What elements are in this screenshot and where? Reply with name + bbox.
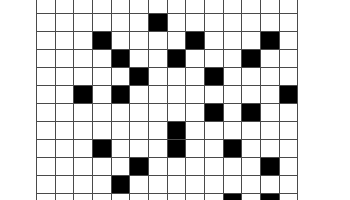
cell-r7c12[interactable] (261, 122, 279, 139)
cell-r9c4[interactable] (112, 158, 130, 175)
cell-r8c8[interactable] (186, 140, 204, 157)
cell-r7c5[interactable] (130, 122, 148, 139)
cell-r0c12[interactable] (261, 0, 279, 13)
cell-r9c6[interactable] (149, 158, 167, 175)
cell-r11c11[interactable] (242, 194, 260, 200)
cell-r1c7[interactable] (168, 14, 186, 31)
cell-r0c10[interactable] (224, 0, 242, 13)
cell-r10c6[interactable] (149, 176, 167, 193)
cell-r11c7[interactable] (168, 194, 186, 200)
cell-r4c0[interactable] (37, 68, 55, 85)
cell-r11c9[interactable] (205, 194, 223, 200)
cell-r6c2[interactable] (74, 104, 92, 121)
cell-r2c1[interactable] (56, 32, 74, 49)
cell-r2c9[interactable] (205, 32, 223, 49)
block-cell-r9c12 (261, 158, 279, 175)
cell-r5c1[interactable] (56, 86, 74, 103)
cell-r2c5[interactable] (130, 32, 148, 49)
cell-r9c9[interactable] (205, 158, 223, 175)
cell-r0c9[interactable] (205, 0, 223, 13)
cell-r1c1[interactable] (56, 14, 74, 31)
block-cell-r4c9 (205, 68, 223, 85)
cell-r7c1[interactable] (56, 122, 74, 139)
block-cell-r9c5 (130, 158, 148, 175)
cell-r2c6[interactable] (149, 32, 167, 49)
cell-r2c0[interactable] (37, 32, 55, 49)
cell-r7c4[interactable] (112, 122, 130, 139)
cell-r1c2[interactable] (74, 14, 92, 31)
block-cell-r6c9 (205, 104, 223, 121)
cell-r7c2[interactable] (74, 122, 92, 139)
cell-r10c8[interactable] (186, 176, 204, 193)
cell-r3c9[interactable] (205, 50, 223, 67)
cell-r10c10[interactable] (224, 176, 242, 193)
cell-r1c10[interactable] (224, 14, 242, 31)
cell-r0c5[interactable] (130, 0, 148, 13)
cell-r1c12[interactable] (261, 14, 279, 31)
cell-r4c12[interactable] (261, 68, 279, 85)
block-cell-r11c10 (224, 194, 242, 200)
cell-r3c10[interactable] (224, 50, 242, 67)
cell-r10c2[interactable] (74, 176, 92, 193)
block-cell-r5c2 (74, 86, 92, 103)
cell-r3c3[interactable] (93, 50, 111, 67)
cell-r11c0[interactable] (37, 194, 55, 200)
cell-r4c3[interactable] (93, 68, 111, 85)
cell-r9c11[interactable] (242, 158, 260, 175)
cell-r1c0[interactable] (37, 14, 55, 31)
cell-r11c3[interactable] (93, 194, 111, 200)
cell-r7c10[interactable] (224, 122, 242, 139)
cell-r5c10[interactable] (224, 86, 242, 103)
block-cell-r8c3 (93, 140, 111, 157)
crossword-screenshot (0, 0, 350, 200)
cell-r3c12[interactable] (261, 50, 279, 67)
block-cell-r5c4 (112, 86, 130, 103)
cell-r7c3[interactable] (93, 122, 111, 139)
cell-r1c8[interactable] (186, 14, 204, 31)
cell-r3c2[interactable] (74, 50, 92, 67)
cell-r4c6[interactable] (149, 68, 167, 85)
cell-r6c12[interactable] (261, 104, 279, 121)
cell-r6c4[interactable] (112, 104, 130, 121)
cell-r0c4[interactable] (112, 0, 130, 13)
cell-r4c7[interactable] (168, 68, 186, 85)
cell-r8c2[interactable] (74, 140, 92, 157)
cell-r10c11[interactable] (242, 176, 260, 193)
cell-r0c8[interactable] (186, 0, 204, 13)
cell-r10c5[interactable] (130, 176, 148, 193)
cell-r6c13[interactable] (280, 104, 298, 121)
cell-r3c6[interactable] (149, 50, 167, 67)
cell-r1c13[interactable] (280, 14, 298, 31)
cell-r6c0[interactable] (37, 104, 55, 121)
cell-r8c0[interactable] (37, 140, 55, 157)
cell-r0c7[interactable] (168, 0, 186, 13)
cell-r11c13[interactable] (280, 194, 298, 200)
cell-r2c7[interactable] (168, 32, 186, 49)
cell-r1c5[interactable] (130, 14, 148, 31)
cell-r5c0[interactable] (37, 86, 55, 103)
cell-r10c7[interactable] (168, 176, 186, 193)
block-cell-r8c7 (168, 140, 186, 157)
cell-r5c9[interactable] (205, 86, 223, 103)
cell-r7c11[interactable] (242, 122, 260, 139)
cell-r2c11[interactable] (242, 32, 260, 49)
cell-r10c0[interactable] (37, 176, 55, 193)
cell-r7c9[interactable] (205, 122, 223, 139)
cell-r4c8[interactable] (186, 68, 204, 85)
cell-r8c11[interactable] (242, 140, 260, 157)
cell-r8c9[interactable] (205, 140, 223, 157)
cell-r7c6[interactable] (149, 122, 167, 139)
cell-r7c0[interactable] (37, 122, 55, 139)
block-cell-r2c8 (186, 32, 204, 49)
block-cell-r3c11 (242, 50, 260, 67)
cell-r2c2[interactable] (74, 32, 92, 49)
cell-r6c3[interactable] (93, 104, 111, 121)
cell-r10c12[interactable] (261, 176, 279, 193)
crossword-grid (36, 0, 298, 200)
cell-r8c1[interactable] (56, 140, 74, 157)
block-cell-r3c7 (168, 50, 186, 67)
cell-r6c1[interactable] (56, 104, 74, 121)
cell-r9c7[interactable] (168, 158, 186, 175)
cell-r11c5[interactable] (130, 194, 148, 200)
block-cell-r7c7 (168, 122, 186, 139)
cell-r7c13[interactable] (280, 122, 298, 139)
block-cell-r6c11 (242, 104, 260, 121)
cell-r6c7[interactable] (168, 104, 186, 121)
cell-r4c11[interactable] (242, 68, 260, 85)
block-cell-r8c10 (224, 140, 242, 157)
cell-r0c6[interactable] (149, 0, 167, 13)
cell-r5c11[interactable] (242, 86, 260, 103)
cell-r10c1[interactable] (56, 176, 74, 193)
cell-r2c13[interactable] (280, 32, 298, 49)
cell-r1c3[interactable] (93, 14, 111, 31)
block-cell-r5c13 (280, 86, 298, 103)
cell-r8c12[interactable] (261, 140, 279, 157)
cell-r7c8[interactable] (186, 122, 204, 139)
cell-r4c10[interactable] (224, 68, 242, 85)
cell-r0c3[interactable] (93, 0, 111, 13)
cell-r9c3[interactable] (93, 158, 111, 175)
cell-r3c8[interactable] (186, 50, 204, 67)
cell-r3c5[interactable] (130, 50, 148, 67)
block-cell-r10c4 (112, 176, 130, 193)
cell-r5c5[interactable] (130, 86, 148, 103)
cell-r5c8[interactable] (186, 86, 204, 103)
cell-r9c13[interactable] (280, 158, 298, 175)
cell-r5c7[interactable] (168, 86, 186, 103)
cell-r5c6[interactable] (149, 86, 167, 103)
cell-r3c1[interactable] (56, 50, 74, 67)
cell-r0c1[interactable] (56, 0, 74, 13)
cell-r0c11[interactable] (242, 0, 260, 13)
cell-r3c13[interactable] (280, 50, 298, 67)
cell-r10c3[interactable] (93, 176, 111, 193)
block-cell-r1c6 (149, 14, 167, 31)
cell-r6c6[interactable] (149, 104, 167, 121)
cell-r0c2[interactable] (74, 0, 92, 13)
cell-r6c5[interactable] (130, 104, 148, 121)
cell-r8c13[interactable] (280, 140, 298, 157)
cell-r11c8[interactable] (186, 194, 204, 200)
cell-r4c4[interactable] (112, 68, 130, 85)
cell-r5c12[interactable] (261, 86, 279, 103)
cell-r2c4[interactable] (112, 32, 130, 49)
cell-r9c2[interactable] (74, 158, 92, 175)
cell-r4c13[interactable] (280, 68, 298, 85)
cell-r4c1[interactable] (56, 68, 74, 85)
cell-r8c4[interactable] (112, 140, 130, 157)
cell-r10c9[interactable] (205, 176, 223, 193)
cell-r6c10[interactable] (224, 104, 242, 121)
block-cell-r2c3 (93, 32, 111, 49)
cell-r1c4[interactable] (112, 14, 130, 31)
cell-r9c1[interactable] (56, 158, 74, 175)
cell-r8c6[interactable] (149, 140, 167, 157)
cell-r3c0[interactable] (37, 50, 55, 67)
block-cell-r3c4 (112, 50, 130, 67)
cell-r11c4[interactable] (112, 194, 130, 200)
cell-r5c3[interactable] (93, 86, 111, 103)
cell-r2c10[interactable] (224, 32, 242, 49)
block-cell-r11c12 (261, 194, 279, 200)
cell-r4c2[interactable] (74, 68, 92, 85)
cell-r11c2[interactable] (74, 194, 92, 200)
cell-r9c0[interactable] (37, 158, 55, 175)
cell-r11c1[interactable] (56, 194, 74, 200)
cell-r0c13[interactable] (280, 0, 298, 13)
cell-r8c5[interactable] (130, 140, 148, 157)
block-cell-r4c5 (130, 68, 148, 85)
cell-r1c11[interactable] (242, 14, 260, 31)
cell-r9c8[interactable] (186, 158, 204, 175)
cell-r6c8[interactable] (186, 104, 204, 121)
cell-r9c10[interactable] (224, 158, 242, 175)
cell-r11c6[interactable] (149, 194, 167, 200)
block-cell-r2c12 (261, 32, 279, 49)
cell-r10c13[interactable] (280, 176, 298, 193)
cell-r0c0[interactable] (37, 0, 55, 13)
cell-r1c9[interactable] (205, 14, 223, 31)
